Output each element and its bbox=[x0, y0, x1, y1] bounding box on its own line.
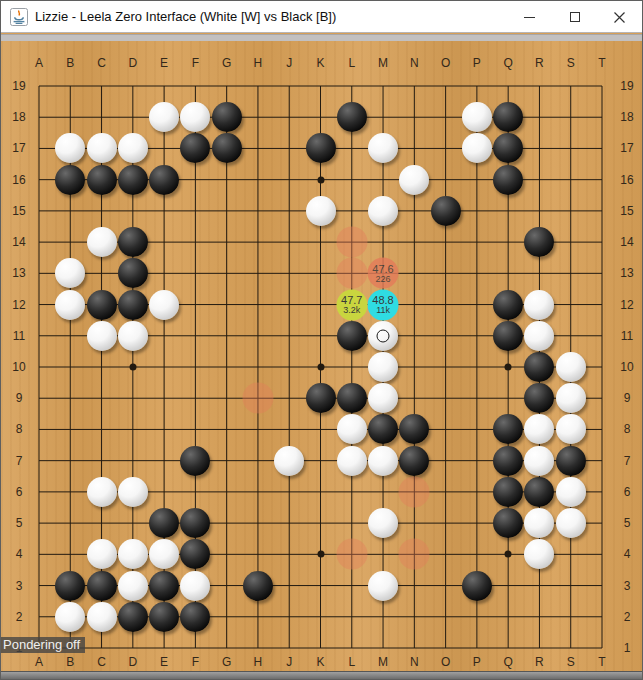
row-label: 12 bbox=[12, 298, 25, 312]
row-label: 4 bbox=[16, 547, 23, 561]
stone-black-D2[interactable] bbox=[118, 602, 148, 632]
stone-white-B2[interactable] bbox=[55, 602, 85, 632]
analysis-candidate-L14[interactable] bbox=[336, 227, 367, 258]
column-label: E bbox=[160, 56, 168, 70]
stone-black-Q11[interactable] bbox=[493, 321, 523, 351]
stone-black-D13[interactable] bbox=[118, 258, 148, 288]
row-label: 13 bbox=[620, 266, 633, 280]
column-label: G bbox=[222, 655, 231, 669]
row-label: 18 bbox=[12, 110, 25, 124]
stone-black-E16[interactable] bbox=[149, 165, 179, 195]
stone-white-M15[interactable] bbox=[368, 196, 398, 226]
star-point bbox=[129, 364, 136, 371]
column-label: R bbox=[535, 56, 544, 70]
stone-black-E3[interactable] bbox=[149, 571, 179, 601]
stone-black-C16[interactable] bbox=[87, 165, 117, 195]
minimize-icon bbox=[524, 17, 535, 18]
candidate-winrate: 47.6 bbox=[372, 263, 393, 274]
stone-white-C11[interactable] bbox=[87, 321, 117, 351]
window-title: Lizzie - Leela Zero Interface (White [W]… bbox=[35, 9, 336, 24]
pondering-status: Pondering off bbox=[1, 637, 85, 653]
stone-white-S10[interactable] bbox=[556, 352, 586, 382]
stone-white-N16[interactable] bbox=[399, 165, 429, 195]
row-label: 3 bbox=[16, 579, 23, 593]
column-label: C bbox=[97, 56, 106, 70]
column-label: K bbox=[316, 655, 324, 669]
stone-white-P18[interactable] bbox=[462, 102, 492, 132]
stone-white-S6[interactable] bbox=[556, 477, 586, 507]
column-label: M bbox=[378, 56, 388, 70]
stone-black-F17[interactable] bbox=[180, 133, 210, 163]
stone-white-M7[interactable] bbox=[368, 446, 398, 476]
row-label: 6 bbox=[16, 485, 23, 499]
column-label: D bbox=[128, 655, 137, 669]
column-label: O bbox=[441, 655, 450, 669]
column-label: E bbox=[160, 655, 168, 669]
stone-black-Q5[interactable] bbox=[493, 508, 523, 538]
stone-black-C12[interactable] bbox=[87, 290, 117, 320]
column-label: P bbox=[473, 655, 481, 669]
column-label: O bbox=[441, 56, 450, 70]
stone-black-R6[interactable] bbox=[524, 477, 554, 507]
row-label: 5 bbox=[16, 516, 23, 530]
row-label: 16 bbox=[12, 173, 25, 187]
row-label: 6 bbox=[624, 485, 631, 499]
last-move-marker bbox=[377, 329, 390, 342]
column-label: A bbox=[35, 56, 43, 70]
stone-black-P3[interactable] bbox=[462, 571, 492, 601]
stone-white-D3[interactable] bbox=[118, 571, 148, 601]
column-label: B bbox=[66, 56, 74, 70]
stone-white-M3[interactable] bbox=[368, 571, 398, 601]
go-board[interactable]: AABBCCDDEEFFGGHHJJKKLLMMNNOOPPQQRRSSTT19… bbox=[1, 41, 643, 673]
stone-white-B17[interactable] bbox=[55, 133, 85, 163]
column-label: N bbox=[410, 56, 419, 70]
stone-black-N8[interactable] bbox=[399, 414, 429, 444]
stone-white-E4[interactable] bbox=[149, 539, 179, 569]
row-label: 4 bbox=[624, 547, 631, 561]
stone-black-H3[interactable] bbox=[243, 571, 273, 601]
row-label: 15 bbox=[12, 204, 25, 218]
row-label: 16 bbox=[620, 173, 633, 187]
analysis-candidate-L12[interactable]: 47.73.2k bbox=[336, 289, 367, 320]
stone-black-C3[interactable] bbox=[87, 571, 117, 601]
row-label: 11 bbox=[621, 329, 633, 343]
stone-white-S5[interactable] bbox=[556, 508, 586, 538]
row-label: 12 bbox=[620, 298, 633, 312]
stone-black-L11[interactable] bbox=[337, 321, 367, 351]
stone-white-B13[interactable] bbox=[55, 258, 85, 288]
row-label: 17 bbox=[620, 141, 633, 155]
star-point bbox=[317, 364, 324, 371]
column-label: M bbox=[378, 655, 388, 669]
analysis-candidate-L13[interactable] bbox=[336, 258, 367, 289]
stone-white-D6[interactable] bbox=[118, 477, 148, 507]
candidate-winrate: 48.8 bbox=[372, 295, 393, 306]
stone-black-G18[interactable] bbox=[212, 102, 242, 132]
stone-white-R4[interactable] bbox=[524, 539, 554, 569]
stone-white-F3[interactable] bbox=[180, 571, 210, 601]
column-label: H bbox=[254, 56, 263, 70]
candidate-visits: 226 bbox=[376, 274, 391, 283]
stone-black-E2[interactable] bbox=[149, 602, 179, 632]
column-label: N bbox=[410, 655, 419, 669]
stone-white-D4[interactable] bbox=[118, 539, 148, 569]
title-bar[interactable]: Lizzie - Leela Zero Interface (White [W]… bbox=[1, 1, 642, 33]
row-label: 10 bbox=[620, 360, 633, 374]
stone-black-L9[interactable] bbox=[337, 383, 367, 413]
stone-black-K9[interactable] bbox=[306, 383, 336, 413]
stone-white-R11[interactable] bbox=[524, 321, 554, 351]
column-label: Q bbox=[503, 655, 512, 669]
stone-white-R8[interactable] bbox=[524, 414, 554, 444]
close-icon bbox=[614, 12, 625, 23]
row-label: 3 bbox=[624, 579, 631, 593]
row-label: 19 bbox=[12, 79, 25, 93]
column-label: L bbox=[348, 56, 355, 70]
analysis-candidate-N4[interactable] bbox=[399, 539, 430, 570]
stone-black-D12[interactable] bbox=[118, 290, 148, 320]
stone-white-C4[interactable] bbox=[87, 539, 117, 569]
stone-black-F4[interactable] bbox=[180, 539, 210, 569]
stone-black-D14[interactable] bbox=[118, 227, 148, 257]
stone-white-D17[interactable] bbox=[118, 133, 148, 163]
stone-black-F5[interactable] bbox=[180, 508, 210, 538]
window-controls bbox=[507, 1, 642, 33]
lizzie-window: Lizzie - Leela Zero Interface (White [W]… bbox=[0, 0, 643, 680]
row-label: 8 bbox=[624, 422, 631, 436]
star-point bbox=[317, 551, 324, 558]
column-label: R bbox=[535, 655, 544, 669]
analysis-candidate-M12[interactable]: 48.811k bbox=[368, 289, 399, 320]
stone-black-O15[interactable] bbox=[431, 196, 461, 226]
row-label: 9 bbox=[624, 391, 631, 405]
column-label: T bbox=[598, 56, 605, 70]
stone-black-M8[interactable] bbox=[368, 414, 398, 444]
column-label: T bbox=[598, 655, 605, 669]
minimize-button[interactable] bbox=[507, 1, 552, 33]
star-point bbox=[505, 364, 512, 371]
column-label: C bbox=[97, 655, 106, 669]
column-label: D bbox=[128, 56, 137, 70]
stone-white-L7[interactable] bbox=[337, 446, 367, 476]
column-label: H bbox=[254, 655, 263, 669]
row-label: 7 bbox=[16, 454, 23, 468]
stone-white-C2[interactable] bbox=[87, 602, 117, 632]
row-label: 18 bbox=[620, 110, 633, 124]
row-label: 15 bbox=[620, 204, 633, 218]
stone-white-C14[interactable] bbox=[87, 227, 117, 257]
window-frame-strip bbox=[1, 34, 642, 41]
row-label: 9 bbox=[16, 391, 23, 405]
stone-white-M11[interactable] bbox=[368, 321, 398, 351]
stone-white-P17[interactable] bbox=[462, 133, 492, 163]
row-label: 14 bbox=[12, 235, 25, 249]
row-label: 5 bbox=[624, 516, 631, 530]
maximize-icon bbox=[570, 12, 580, 22]
stone-white-R7[interactable] bbox=[524, 446, 554, 476]
analysis-candidate-M13[interactable]: 47.6226 bbox=[368, 258, 399, 289]
stone-white-S8[interactable] bbox=[556, 414, 586, 444]
stone-white-C17[interactable] bbox=[87, 133, 117, 163]
stone-black-N7[interactable] bbox=[399, 446, 429, 476]
candidate-visits: 11k bbox=[376, 306, 390, 315]
java-icon bbox=[10, 8, 28, 26]
column-label: S bbox=[567, 56, 575, 70]
row-label: 14 bbox=[620, 235, 633, 249]
stone-black-F2[interactable] bbox=[180, 602, 210, 632]
stone-white-M17[interactable] bbox=[368, 133, 398, 163]
stone-white-L8[interactable] bbox=[337, 414, 367, 444]
row-label: 2 bbox=[16, 610, 23, 624]
stone-black-R10[interactable] bbox=[524, 352, 554, 382]
stone-white-E12[interactable] bbox=[149, 290, 179, 320]
column-label: S bbox=[567, 655, 575, 669]
stone-black-Q8[interactable] bbox=[493, 414, 523, 444]
stone-black-S7[interactable] bbox=[556, 446, 586, 476]
stone-black-R14[interactable] bbox=[524, 227, 554, 257]
stone-black-R9[interactable] bbox=[524, 383, 554, 413]
stone-black-L18[interactable] bbox=[337, 102, 367, 132]
stone-black-D16[interactable] bbox=[118, 165, 148, 195]
column-label: Q bbox=[503, 56, 512, 70]
column-label: J bbox=[286, 655, 292, 669]
stone-white-E18[interactable] bbox=[149, 102, 179, 132]
column-label: K bbox=[316, 56, 324, 70]
stone-white-J7[interactable] bbox=[274, 446, 304, 476]
stone-black-E5[interactable] bbox=[149, 508, 179, 538]
column-label: G bbox=[222, 56, 231, 70]
stone-black-Q12[interactable] bbox=[493, 290, 523, 320]
stone-white-S9[interactable] bbox=[556, 383, 586, 413]
column-label: L bbox=[348, 655, 355, 669]
close-button[interactable] bbox=[597, 1, 642, 33]
column-label: F bbox=[192, 56, 199, 70]
stone-black-Q6[interactable] bbox=[493, 477, 523, 507]
window-bottom-edge bbox=[1, 671, 642, 679]
stone-white-C6[interactable] bbox=[87, 477, 117, 507]
stone-white-M5[interactable] bbox=[368, 508, 398, 538]
stone-white-F18[interactable] bbox=[180, 102, 210, 132]
column-label: A bbox=[35, 655, 43, 669]
maximize-button[interactable] bbox=[552, 1, 597, 33]
stone-black-Q17[interactable] bbox=[493, 133, 523, 163]
analysis-candidate-N6[interactable] bbox=[399, 476, 430, 507]
candidate-visits: 3.2k bbox=[343, 306, 360, 315]
candidate-winrate: 47.7 bbox=[341, 295, 362, 306]
row-label: 13 bbox=[12, 266, 25, 280]
stone-black-F7[interactable] bbox=[180, 446, 210, 476]
analysis-candidate-L4[interactable] bbox=[336, 539, 367, 570]
stone-white-M9[interactable] bbox=[368, 383, 398, 413]
stone-white-R5[interactable] bbox=[524, 508, 554, 538]
stone-black-Q16[interactable] bbox=[493, 165, 523, 195]
column-label: B bbox=[66, 655, 74, 669]
stone-black-B3[interactable] bbox=[55, 571, 85, 601]
stone-white-D11[interactable] bbox=[118, 321, 148, 351]
star-point bbox=[505, 551, 512, 558]
row-label: 11 bbox=[13, 329, 25, 343]
row-label: 8 bbox=[16, 422, 23, 436]
stone-white-R12[interactable] bbox=[524, 290, 554, 320]
row-label: 2 bbox=[624, 610, 631, 624]
stone-white-M10[interactable] bbox=[368, 352, 398, 382]
stone-white-K15[interactable] bbox=[306, 196, 336, 226]
column-label: P bbox=[473, 56, 481, 70]
stone-black-Q7[interactable] bbox=[493, 446, 523, 476]
row-label: 1 bbox=[624, 641, 631, 655]
row-label: 17 bbox=[12, 141, 25, 155]
analysis-candidate-H9[interactable] bbox=[242, 383, 273, 414]
row-label: 7 bbox=[624, 454, 631, 468]
stone-black-B16[interactable] bbox=[55, 165, 85, 195]
column-label: F bbox=[192, 655, 199, 669]
stone-white-B12[interactable] bbox=[55, 290, 85, 320]
column-label: J bbox=[286, 56, 292, 70]
row-label: 19 bbox=[620, 79, 633, 93]
row-label: 10 bbox=[12, 360, 25, 374]
stone-black-K17[interactable] bbox=[306, 133, 336, 163]
stone-black-G17[interactable] bbox=[212, 133, 242, 163]
star-point bbox=[317, 176, 324, 183]
stone-black-Q18[interactable] bbox=[493, 102, 523, 132]
